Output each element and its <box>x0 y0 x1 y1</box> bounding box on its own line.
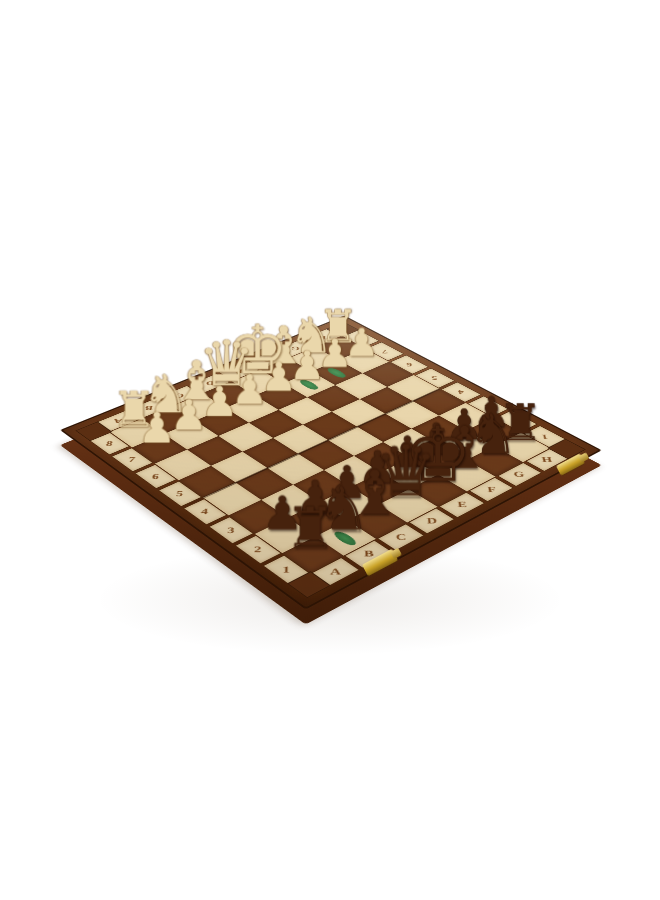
file-label-e-far: E <box>235 368 243 375</box>
piece-light-pawn-a7: ♟ <box>127 407 188 449</box>
rank-label-6-far: 6 <box>406 361 412 368</box>
file-label-h-far: H <box>318 334 326 340</box>
file-label-a-far: A <box>113 417 123 425</box>
rank-label-5-far: 5 <box>431 374 437 381</box>
file-label-f-far: F <box>264 356 271 363</box>
rank-label-8-far: 8 <box>358 335 364 341</box>
file-label-c-far: C <box>176 392 185 399</box>
piece-dark-rook-a1: ♜ <box>277 500 344 556</box>
rank-label-4-far: 4 <box>458 388 465 395</box>
rank-label-7-far: 7 <box>382 348 388 355</box>
file-label-g-far: G <box>291 345 300 351</box>
photo-backdrop: ABCDEFGH 12345678 ABCDEFGH 12345678 ♜♞♝♛… <box>0 0 660 900</box>
file-label-d-far: D <box>206 380 215 387</box>
